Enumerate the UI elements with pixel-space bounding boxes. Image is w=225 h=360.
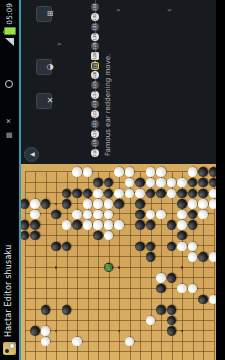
white-stone bbox=[30, 199, 39, 208]
white-stone bbox=[177, 242, 186, 251]
clear-remove-icon: ✕ bbox=[47, 94, 54, 108]
tree-view-icon: ⊞ bbox=[47, 7, 54, 21]
white-stone bbox=[156, 167, 165, 176]
black-stone bbox=[30, 326, 39, 335]
white-stone bbox=[188, 252, 197, 261]
black-stone bbox=[167, 220, 176, 229]
black-stone bbox=[21, 231, 29, 240]
white-stone bbox=[177, 284, 186, 293]
white-stone bbox=[72, 210, 81, 219]
white-stone bbox=[188, 242, 197, 251]
black-stone bbox=[188, 220, 197, 229]
black-stone bbox=[188, 178, 197, 187]
white-stone bbox=[104, 199, 113, 208]
white-stone bbox=[83, 199, 92, 208]
white-stone bbox=[198, 210, 207, 219]
black-stone bbox=[167, 242, 176, 251]
white-stone bbox=[177, 178, 186, 187]
clear-remove-button[interactable]: ✕ bbox=[36, 93, 52, 109]
black-stone bbox=[167, 305, 176, 314]
pass-stone-button[interactable]: ◑ bbox=[36, 59, 52, 75]
white-stone bbox=[93, 189, 102, 198]
white-stone bbox=[104, 210, 113, 219]
white-stone bbox=[41, 337, 50, 346]
black-stone bbox=[167, 316, 176, 325]
battery-icon bbox=[4, 27, 16, 35]
tree-node[interactable]: 131 bbox=[91, 23, 99, 31]
tree-node[interactable]: 118 bbox=[91, 149, 99, 157]
android-nav-bar: ❐∩‹ bbox=[216, 0, 225, 360]
app-icon-white-stone bbox=[9, 343, 15, 349]
black-stone bbox=[177, 199, 186, 208]
white-stone bbox=[114, 189, 123, 198]
star-point bbox=[55, 266, 57, 268]
white-stone bbox=[188, 284, 197, 293]
black-stone bbox=[41, 199, 50, 208]
white-stone bbox=[93, 199, 102, 208]
tree-node[interactable]: 121 bbox=[91, 120, 99, 128]
black-stone bbox=[146, 242, 155, 251]
black-stone bbox=[104, 178, 113, 187]
app-icon-black-stone bbox=[5, 349, 9, 353]
white-stone bbox=[72, 167, 81, 176]
notification-bars-icon: ▥ bbox=[5, 132, 13, 139]
recents-button[interactable]: ❐ bbox=[216, 194, 225, 206]
black-stone bbox=[146, 189, 155, 198]
tree-node[interactable]: 133 bbox=[91, 4, 99, 12]
screenshot-stage: Hactar Editor shusaku 05:09 ✕ ▥ 127 ▲ ⊞◑… bbox=[0, 0, 225, 360]
white-stone bbox=[41, 326, 50, 335]
collapse-icon: ▲ bbox=[28, 152, 35, 157]
black-stone bbox=[156, 284, 165, 293]
black-stone bbox=[167, 273, 176, 282]
black-stone bbox=[156, 189, 165, 198]
white-stone bbox=[114, 167, 123, 176]
black-stone bbox=[198, 252, 207, 261]
white-stone bbox=[156, 210, 165, 219]
black-stone bbox=[93, 178, 102, 187]
app-title: Hactar Editor shusaku bbox=[4, 245, 13, 337]
notification-x-icon: ✕ bbox=[5, 118, 13, 124]
signal-icon bbox=[5, 38, 14, 46]
tree-node[interactable]: 122 bbox=[91, 110, 99, 118]
white-stone bbox=[125, 189, 134, 198]
stone-move-127: 127 bbox=[104, 263, 113, 272]
white-stone bbox=[83, 167, 92, 176]
black-stone bbox=[167, 326, 176, 335]
tree-node[interactable]: 126 bbox=[91, 71, 99, 79]
grid-line-v bbox=[25, 256, 214, 257]
white-stone bbox=[209, 189, 216, 198]
white-stone bbox=[62, 220, 71, 229]
black-stone bbox=[21, 199, 29, 208]
tree-scroll-prev-icon[interactable]: › bbox=[113, 8, 123, 12]
black-stone bbox=[146, 220, 155, 229]
white-stone bbox=[146, 178, 155, 187]
tree-node[interactable]: 119 bbox=[91, 139, 99, 147]
black-stone bbox=[135, 220, 144, 229]
black-stone bbox=[135, 178, 144, 187]
white-stone bbox=[104, 231, 113, 240]
status-clock: 05:09 bbox=[5, 3, 14, 25]
tree-node[interactable]: 120 bbox=[91, 130, 99, 138]
black-stone bbox=[114, 199, 123, 208]
black-stone bbox=[51, 242, 60, 251]
black-stone bbox=[62, 305, 71, 314]
move-127-label: 127 bbox=[105, 264, 111, 272]
home-button[interactable]: ∩ bbox=[216, 81, 225, 93]
white-stone bbox=[177, 210, 186, 219]
black-stone bbox=[62, 189, 71, 198]
pass-stone-icon: ◑ bbox=[47, 60, 54, 74]
black-stone bbox=[209, 167, 216, 176]
white-stone bbox=[125, 337, 134, 346]
black-stone bbox=[93, 231, 102, 240]
black-stone bbox=[135, 199, 144, 208]
tree-view-button[interactable]: ⊞ bbox=[36, 6, 52, 22]
black-stone bbox=[41, 305, 50, 314]
tree-node[interactable]: 129 bbox=[91, 42, 99, 50]
white-stone bbox=[167, 189, 176, 198]
black-stone bbox=[146, 252, 155, 261]
white-stone bbox=[209, 252, 216, 261]
white-stone bbox=[156, 178, 165, 187]
white-stone bbox=[188, 199, 197, 208]
black-stone bbox=[30, 220, 39, 229]
white-stone bbox=[93, 210, 102, 219]
go-board[interactable]: 127 bbox=[21, 164, 216, 360]
black-stone bbox=[72, 220, 81, 229]
white-stone bbox=[83, 220, 92, 229]
tree-node-current[interactable]: 127 bbox=[91, 62, 99, 70]
black-stone bbox=[198, 295, 207, 304]
white-stone bbox=[30, 210, 39, 219]
move-comment: Famous ear reddening move. bbox=[104, 6, 112, 156]
black-stone bbox=[188, 210, 197, 219]
tree-node[interactable]: 130 bbox=[91, 33, 99, 41]
tree-node[interactable]: 124 bbox=[91, 91, 99, 99]
black-stone bbox=[21, 220, 29, 229]
black-stone bbox=[177, 189, 186, 198]
black-stone bbox=[209, 178, 216, 187]
white-stone bbox=[93, 220, 102, 229]
side-panel: ▲ ⊞◑✕ › › ‹ 1181191201211221231241251261… bbox=[21, 0, 216, 164]
star-point bbox=[118, 266, 120, 268]
white-stone bbox=[177, 220, 186, 229]
black-stone bbox=[62, 199, 71, 208]
app-icon bbox=[3, 342, 16, 355]
go-editor-app: Hactar Editor shusaku 05:09 ✕ ▥ 127 ▲ ⊞◑… bbox=[0, 0, 225, 360]
grid-line-h bbox=[130, 172, 131, 360]
white-stone bbox=[156, 273, 165, 282]
grid-line-h bbox=[161, 172, 162, 360]
black-stone bbox=[30, 231, 39, 240]
white-stone bbox=[146, 210, 155, 219]
white-stone bbox=[209, 199, 216, 208]
tree-node[interactable]: 128 bbox=[91, 52, 99, 60]
grid-line-h bbox=[151, 172, 152, 360]
star-point bbox=[181, 266, 183, 268]
white-stone bbox=[114, 220, 123, 229]
black-stone bbox=[135, 242, 144, 251]
black-stone bbox=[104, 189, 113, 198]
black-stone bbox=[72, 189, 81, 198]
tree-node[interactable]: 132 bbox=[91, 13, 99, 21]
white-stone bbox=[209, 295, 216, 304]
white-stone bbox=[167, 178, 176, 187]
black-stone bbox=[177, 231, 186, 240]
black-stone bbox=[188, 189, 197, 198]
notification-circle-icon bbox=[5, 80, 13, 88]
black-stone bbox=[198, 178, 207, 187]
panel-collapse-button[interactable]: ▲ bbox=[24, 147, 39, 162]
toolbar-chevron-icon[interactable]: › bbox=[54, 42, 64, 46]
white-stone bbox=[146, 316, 155, 325]
white-stone bbox=[83, 210, 92, 219]
white-stone bbox=[198, 199, 207, 208]
top-status-bar: Hactar Editor shusaku 05:09 ✕ ▥ bbox=[0, 0, 19, 360]
black-stone bbox=[83, 189, 92, 198]
white-stone bbox=[104, 220, 113, 229]
white-stone bbox=[125, 178, 134, 187]
back-button[interactable]: ‹ bbox=[216, 7, 225, 19]
black-stone bbox=[135, 210, 144, 219]
black-stone bbox=[198, 189, 207, 198]
black-stone bbox=[198, 167, 207, 176]
tree-node[interactable]: 123 bbox=[91, 101, 99, 109]
white-stone bbox=[188, 167, 197, 176]
white-stone bbox=[135, 189, 144, 198]
white-stone bbox=[72, 337, 81, 346]
white-stone bbox=[125, 167, 134, 176]
black-stone bbox=[62, 242, 71, 251]
tree-scroll-next-icon[interactable]: ‹ bbox=[164, 8, 174, 12]
tree-node[interactable]: 125 bbox=[91, 81, 99, 89]
black-stone bbox=[51, 210, 60, 219]
white-stone bbox=[146, 167, 155, 176]
black-stone bbox=[156, 305, 165, 314]
